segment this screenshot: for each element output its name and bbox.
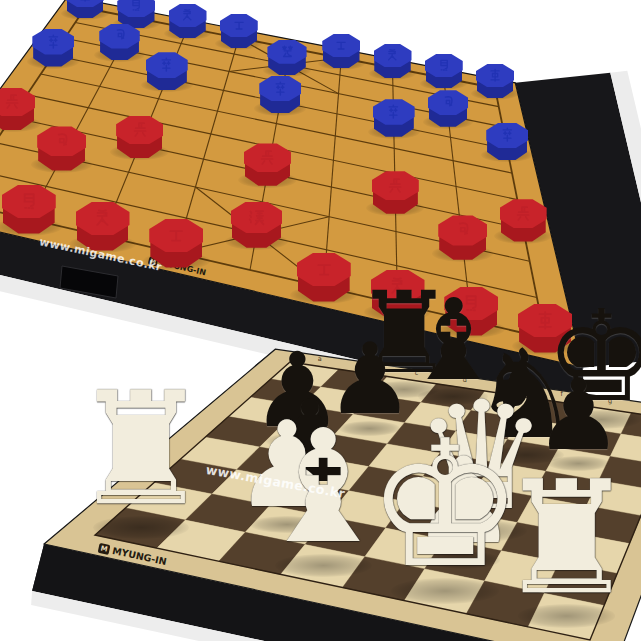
svg-text:c: c bbox=[415, 369, 419, 377]
product-photo-stage: M MYUNG-IN www.migame.co.kr abcdefgh M M… bbox=[0, 0, 641, 641]
chess-board: abcdefgh bbox=[0, 0, 641, 641]
svg-text:a: a bbox=[318, 355, 322, 363]
svg-text:b: b bbox=[366, 362, 370, 370]
svg-text:d: d bbox=[463, 376, 467, 384]
svg-text:g: g bbox=[608, 397, 612, 405]
svg-text:e: e bbox=[511, 383, 515, 391]
brand-mark-icon: M bbox=[98, 542, 111, 554]
